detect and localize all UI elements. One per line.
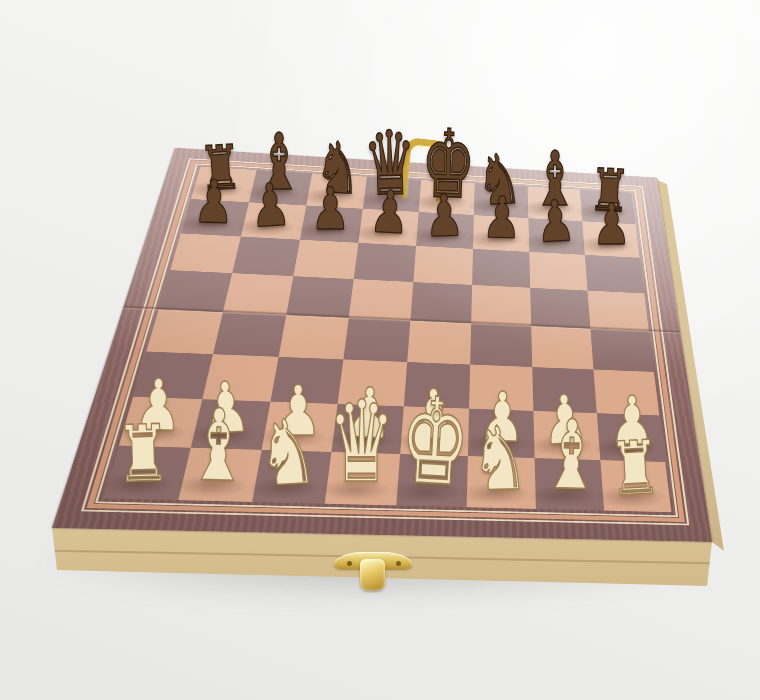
square-g4	[531, 326, 593, 369]
square-c4	[279, 315, 349, 359]
square-f6	[472, 249, 530, 288]
square-h4	[590, 329, 654, 372]
box-clasp	[331, 548, 415, 604]
square-b8	[249, 170, 312, 205]
square-f7	[473, 215, 529, 252]
square-a6	[170, 233, 241, 273]
square-g6	[529, 252, 587, 291]
back-hinge-clasp	[399, 137, 449, 202]
square-e2	[400, 406, 469, 456]
board-grid	[103, 167, 671, 513]
square-d6	[354, 243, 416, 282]
square-c3	[270, 357, 343, 404]
square-d3	[338, 359, 408, 406]
clasp-screw	[347, 561, 352, 566]
square-f4	[470, 323, 532, 367]
square-f8	[474, 183, 529, 218]
square-g3	[532, 367, 597, 413]
clasp-knob	[360, 559, 385, 590]
square-b3	[202, 354, 278, 401]
square-h3	[593, 370, 659, 416]
square-h8	[580, 190, 636, 225]
square-b6	[232, 237, 300, 277]
square-f2	[468, 409, 535, 458]
square-e3	[404, 362, 470, 409]
square-a7	[181, 199, 249, 237]
square-a4	[146, 309, 223, 354]
square-h2	[597, 413, 665, 462]
square-h6	[585, 255, 644, 294]
square-f3	[469, 365, 533, 411]
square-c6	[293, 240, 358, 279]
square-f1	[467, 456, 536, 509]
square-d7	[358, 209, 418, 246]
square-c7	[300, 206, 363, 243]
square-a3	[133, 351, 213, 399]
square-a8	[191, 167, 257, 203]
square-e1	[396, 454, 468, 507]
square-d1	[325, 452, 400, 505]
square-g1	[535, 458, 605, 510]
square-d2	[331, 404, 403, 454]
square-h1	[600, 460, 671, 512]
square-d4	[343, 318, 410, 362]
square-c2	[262, 402, 338, 452]
square-g2	[533, 411, 600, 460]
photo-scene: { "scene": "overhead-angle photograph of…	[0, 0, 760, 700]
square-e4	[407, 321, 471, 365]
square-a1	[103, 446, 190, 501]
square-c8	[306, 173, 367, 208]
square-b1	[178, 448, 261, 502]
square-b2	[191, 399, 271, 450]
square-h7	[582, 221, 639, 258]
square-b4	[213, 312, 286, 357]
square-e7	[416, 212, 474, 249]
square-a2	[119, 397, 202, 448]
clasp-screw	[396, 561, 401, 566]
square-g8	[528, 186, 583, 221]
square-e6	[413, 246, 473, 285]
square-g7	[528, 218, 584, 255]
square-c1	[252, 450, 331, 504]
square-b7	[241, 202, 306, 239]
